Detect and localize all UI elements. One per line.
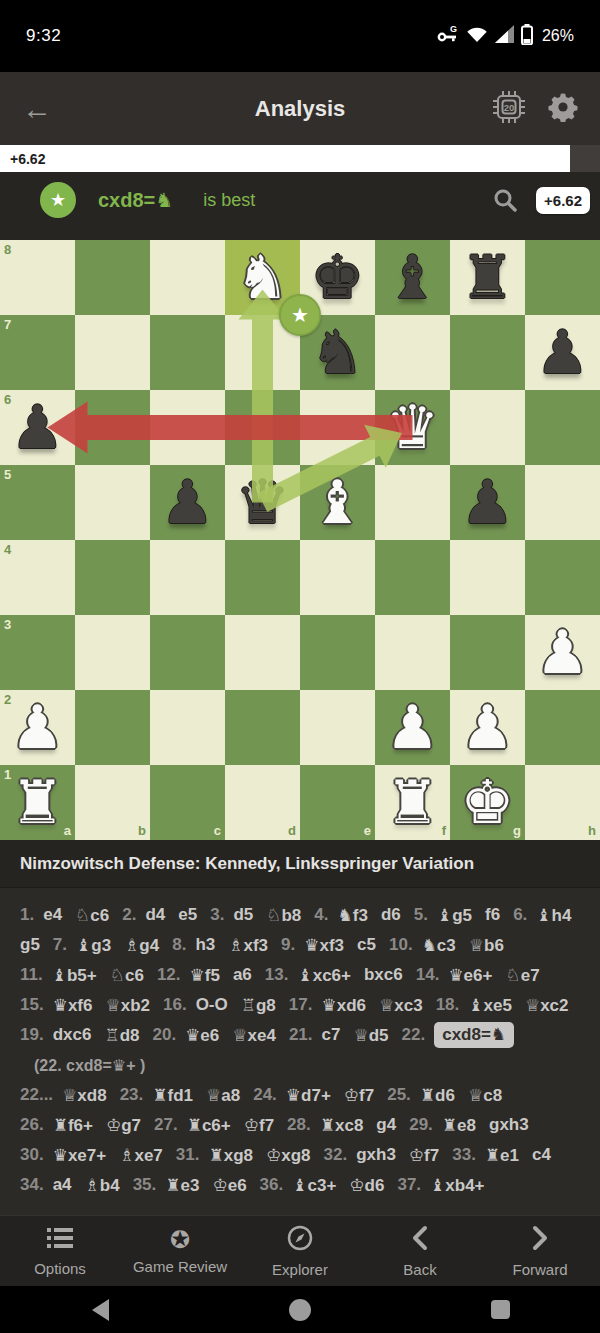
evaluation-bar-black	[570, 145, 600, 172]
game-review-button[interactable]: ✪ Game Review	[120, 1216, 240, 1286]
move[interactable]: e5	[178, 905, 197, 925]
rank-label: 8	[4, 243, 11, 256]
move-number: 7.	[53, 935, 67, 955]
move[interactable]: ♘c6	[110, 965, 144, 986]
move[interactable]: ♝xe5	[468, 995, 512, 1016]
square-b8[interactable]	[75, 240, 150, 315]
square-g3[interactable]	[450, 615, 525, 690]
move[interactable]: ♛d7+	[286, 1085, 331, 1106]
move-number: 36.	[260, 1175, 284, 1195]
move[interactable]: ♞c3	[422, 935, 456, 956]
wifi-icon	[466, 25, 488, 47]
square-g8[interactable]: ♜	[450, 240, 525, 315]
move[interactable]: O-O	[196, 995, 228, 1015]
square-c1[interactable]: c	[150, 765, 225, 840]
move[interactable]: c5	[357, 935, 376, 955]
opening-name: Nimzowitsch Defense: Kennedy, Linkssprin…	[20, 854, 474, 874]
move-number: 17.	[289, 995, 313, 1015]
move-number: 32.	[324, 1145, 348, 1165]
square-h3[interactable]: ♟	[525, 615, 600, 690]
game-review-star-icon: ✪	[170, 1228, 190, 1252]
chess-board: 8♞♚♝♜7♞♟6♟♛5♟♛♝♟43♟2♟♟♟1a♜bcdef♜g♚h★	[0, 240, 600, 840]
move[interactable]: bxc6	[364, 965, 403, 985]
move-number: 12.	[157, 965, 181, 985]
file-label: a	[64, 824, 71, 837]
move[interactable]: ♘c6	[75, 905, 109, 926]
back-arrow-button[interactable]: ←	[22, 94, 52, 124]
square-e1[interactable]: e	[300, 765, 375, 840]
piece-white-pawn: ♟	[450, 690, 525, 765]
move-forward-label: Forward	[512, 1261, 567, 1278]
battery-icon	[521, 24, 533, 49]
square-a1[interactable]: 1a♜	[0, 765, 75, 840]
move-number: 25.	[387, 1085, 411, 1105]
options-button[interactable]: Options	[0, 1216, 120, 1286]
move[interactable]: ♝g3	[76, 935, 111, 956]
move[interactable]: c4	[532, 1145, 551, 1165]
best-move-text[interactable]: cxd8=♞	[98, 188, 173, 212]
status-bar: 9:32 G	[0, 0, 600, 72]
square-b2[interactable]	[75, 690, 150, 765]
piece-black-knight: ♞	[300, 315, 375, 390]
square-b4[interactable]	[75, 540, 150, 615]
move[interactable]: ♜fd1	[152, 1085, 193, 1106]
move-list-line: 30.♛xe7+♗xe731.♜xg8♔xg832.gxh3♔f733.♜e1c…	[20, 1140, 600, 1170]
android-back-button[interactable]	[92, 1299, 109, 1321]
move-back-label: Back	[403, 1261, 436, 1278]
move-number: 20.	[152, 1025, 176, 1045]
move-number: 33.	[452, 1145, 476, 1165]
move-list-line: 26.♜f6+♔g727.♜c6+♔f728.♜xc8g429.♜e8gxh3	[20, 1110, 600, 1140]
move[interactable]: ♕xd8	[62, 1085, 107, 1106]
move[interactable]: ♔e6	[212, 1175, 246, 1196]
move-number: 29.	[409, 1115, 433, 1135]
square-f5[interactable]	[375, 465, 450, 540]
square-e8[interactable]: ♚	[300, 240, 375, 315]
piece-white-knight: ♞	[225, 240, 300, 315]
square-b3[interactable]	[75, 615, 150, 690]
move[interactable]: d5	[233, 905, 253, 925]
square-e2[interactable]	[300, 690, 375, 765]
piece-white-rook: ♜	[375, 765, 450, 840]
move[interactable]: ♔d6	[349, 1175, 384, 1196]
move[interactable]: d6	[381, 905, 401, 925]
bottom-nav: Options ✪ Game Review Explorer Back	[0, 1215, 600, 1286]
square-g1[interactable]: g♚	[450, 765, 525, 840]
move[interactable]: ♝xc6+	[297, 965, 351, 986]
square-a5[interactable]: 5	[0, 465, 75, 540]
piece-white-pawn: ♟	[375, 690, 450, 765]
app-header: ← Analysis 20	[0, 72, 600, 145]
move-number: 27.	[154, 1115, 178, 1135]
move-number: 4.	[314, 905, 328, 925]
move[interactable]: gxh3	[356, 1145, 396, 1165]
move[interactable]: ♗b4	[85, 1175, 120, 1196]
rank-label: 4	[4, 543, 11, 556]
move[interactable]: ♔g7	[106, 1115, 141, 1136]
move[interactable]: ♜e8	[442, 1115, 476, 1136]
square-f8[interactable]: ♝	[375, 240, 450, 315]
explorer-button[interactable]: Explorer	[240, 1216, 360, 1286]
move[interactable]: ♜xc8	[320, 1115, 364, 1136]
chevron-left-icon	[411, 1225, 429, 1255]
move-list-line: 15.♛xf6♕xb216.O-O♖g817.♛xd6♕xc318.♝xe5♕x…	[20, 990, 600, 1020]
move[interactable]: ♛e6	[185, 1025, 219, 1046]
move[interactable]: ♛xf6	[53, 995, 93, 1016]
android-nav-bar	[0, 1286, 600, 1333]
move-list-line: 11.♝b5+♘c612.♛f5a613.♝xc6+bxc614.♛e6+♘e7	[20, 960, 600, 990]
piece-black-pawn: ♟	[450, 465, 525, 540]
move[interactable]: a4	[53, 1175, 72, 1195]
file-label: b	[138, 824, 146, 837]
piece-white-pawn: ♟	[525, 615, 600, 690]
rank-label: 6	[4, 393, 11, 406]
move[interactable]: ♘e7	[505, 965, 539, 986]
move-list: 1.e4♘c62.d4e53.d5♘b84.♞f3d65.♝g5f66.♝h4g…	[0, 888, 600, 1215]
move[interactable]: ♕xc2	[525, 995, 569, 1016]
move-number: 13.	[265, 965, 289, 985]
move-number: 15.	[20, 995, 44, 1015]
square-a8[interactable]: 8	[0, 240, 75, 315]
square-b1[interactable]: b	[75, 765, 150, 840]
square-a7[interactable]: 7	[0, 315, 75, 390]
move-number: 16.	[163, 995, 187, 1015]
move-number: 3.	[210, 905, 224, 925]
square-c5[interactable]: ♟	[150, 465, 225, 540]
move[interactable]: ♛xd6	[321, 995, 366, 1016]
move[interactable]: ♛e6+	[448, 965, 492, 986]
move[interactable]: ♖g8	[241, 995, 276, 1016]
move[interactable]: ♘b8	[266, 905, 301, 926]
move[interactable]: ♗g4	[124, 935, 159, 956]
move[interactable]: dxc6	[53, 1025, 92, 1045]
move-forward-button[interactable]: Forward	[480, 1216, 600, 1286]
square-h6[interactable]	[525, 390, 600, 465]
square-e6[interactable]	[300, 390, 375, 465]
file-label: h	[588, 824, 596, 837]
move[interactable]: ♝b5+	[52, 965, 97, 986]
options-label: Options	[34, 1260, 86, 1277]
move-list-line: g57.♝g3♗g48.h3♗xf39.♛xf3c510.♞c3♕b6	[20, 930, 600, 960]
move[interactable]: ♔xg8	[266, 1145, 311, 1166]
chevron-right-icon	[531, 1225, 549, 1255]
square-g5[interactable]: ♟	[450, 465, 525, 540]
move[interactable]: gxh3	[489, 1115, 529, 1135]
move-number: 8.	[172, 935, 186, 955]
square-g2[interactable]: ♟	[450, 690, 525, 765]
square-h8[interactable]	[525, 240, 600, 315]
square-d1[interactable]: d	[225, 765, 300, 840]
move[interactable]: ♛xf3	[304, 935, 344, 956]
piece-black-bishop: ♝	[375, 240, 450, 315]
move[interactable]: ♔f7	[344, 1085, 374, 1106]
square-c2[interactable]	[150, 690, 225, 765]
move-number: 37.	[397, 1175, 421, 1195]
clock-time: 9:32	[26, 26, 61, 46]
square-d4[interactable]	[225, 540, 300, 615]
best-move-bar: ★ cxd8=♞ is best +6.62	[0, 172, 600, 240]
move[interactable]: ♛f5	[190, 965, 220, 986]
square-g6[interactable]	[450, 390, 525, 465]
android-recents-button[interactable]	[491, 1300, 510, 1319]
square-e7[interactable]: ♞	[300, 315, 375, 390]
move[interactable]: g4	[376, 1115, 396, 1135]
move[interactable]: c7	[322, 1025, 341, 1045]
square-f1[interactable]: f♜	[375, 765, 450, 840]
square-c7[interactable]	[150, 315, 225, 390]
move-number: 30.	[20, 1145, 44, 1165]
move-number: 23.	[120, 1085, 144, 1105]
square-d5[interactable]: ♛	[225, 465, 300, 540]
android-home-button[interactable]	[289, 1299, 311, 1321]
square-g7[interactable]	[450, 315, 525, 390]
piece-black-pawn: ♟	[0, 390, 75, 465]
square-c6[interactable]	[150, 390, 225, 465]
rank-label: 1	[4, 768, 11, 781]
move[interactable]: ♖d8	[104, 1025, 139, 1046]
move[interactable]: ♕xc3	[379, 995, 423, 1016]
square-e4[interactable]	[300, 540, 375, 615]
best-move-star-icon: ★	[40, 182, 76, 218]
square-e5[interactable]: ♝	[300, 465, 375, 540]
move-list-line: (22. cxd8=♛+ )	[20, 1050, 600, 1080]
move-number: 26.	[20, 1115, 44, 1135]
move[interactable]: ♜c6+	[187, 1115, 231, 1136]
square-d2[interactable]	[225, 690, 300, 765]
move[interactable]: ♔f7	[244, 1115, 274, 1136]
piece-black-king: ♚	[300, 240, 375, 315]
piece-black-rook: ♜	[450, 240, 525, 315]
options-list-icon	[47, 1226, 73, 1254]
evaluation-bar: +6.62	[0, 145, 600, 172]
move-number: 6.	[513, 905, 527, 925]
square-h2[interactable]	[525, 690, 600, 765]
move-list-line: 19.dxc6♖d820.♛e6♕xe421.c7♕d522.cxd8=♞	[20, 1020, 600, 1050]
move[interactable]: a6	[233, 965, 252, 985]
square-h4[interactable]	[525, 540, 600, 615]
game-review-label: Game Review	[133, 1258, 227, 1275]
square-d8[interactable]: ♞	[225, 240, 300, 315]
file-label: d	[288, 824, 296, 837]
piece-black-queen: ♛	[225, 465, 300, 540]
explorer-compass-icon	[287, 1225, 313, 1255]
piece-white-queen: ♛	[375, 390, 450, 465]
move[interactable]: ♝h4	[536, 905, 571, 926]
move[interactable]: ♕d5	[353, 1025, 388, 1046]
move[interactable]: ♕xe4	[232, 1025, 276, 1046]
engine-chip-button[interactable]: 20	[492, 90, 526, 128]
file-label: c	[214, 824, 221, 837]
square-g4[interactable]	[450, 540, 525, 615]
square-d6[interactable]	[225, 390, 300, 465]
battery-percent: 26%	[542, 27, 574, 45]
move-number: 19.	[20, 1025, 44, 1045]
analysis-screen: 9:32 G	[0, 0, 600, 1333]
square-b6[interactable]	[75, 390, 150, 465]
square-c4[interactable]	[150, 540, 225, 615]
current-move[interactable]: cxd8=♞	[434, 1022, 514, 1048]
rank-label: 2	[4, 693, 11, 706]
vpn-key-icon: G	[437, 24, 459, 48]
square-c8[interactable]	[150, 240, 225, 315]
square-a4[interactable]: 4	[0, 540, 75, 615]
move[interactable]: ♜xg8	[208, 1145, 253, 1166]
square-a2[interactable]: 2♟	[0, 690, 75, 765]
move-number: 14.	[416, 965, 440, 985]
square-b7[interactable]	[75, 315, 150, 390]
square-e3[interactable]	[300, 615, 375, 690]
move[interactable]: ♔f7	[409, 1145, 439, 1166]
file-label: g	[513, 824, 521, 837]
move-list-line: 22...♕xd823.♜fd1♕a824.♛d7+♔f725.♜d6♕c8	[20, 1080, 600, 1110]
move-number: 9.	[281, 935, 295, 955]
square-a3[interactable]: 3	[0, 615, 75, 690]
explorer-label: Explorer	[272, 1261, 328, 1278]
move[interactable]: ♞f3	[338, 905, 368, 926]
square-h7[interactable]: ♟	[525, 315, 600, 390]
square-h5[interactable]	[525, 465, 600, 540]
evaluation-pill: +6.62	[536, 187, 590, 214]
move-number: 1.	[20, 905, 34, 925]
move[interactable]: ♜d6	[420, 1085, 455, 1106]
square-b5[interactable]	[75, 465, 150, 540]
move-list-line: 1.e4♘c62.d4e53.d5♘b84.♞f3d65.♝g5f66.♝h4	[20, 900, 600, 930]
square-h1[interactable]: h	[525, 765, 600, 840]
move[interactable]: ♝xb4+	[430, 1175, 484, 1196]
move-number: 18.	[436, 995, 460, 1015]
engine-depth-label: 20	[504, 102, 515, 113]
move[interactable]: d4	[145, 905, 165, 925]
move-number: 2.	[122, 905, 136, 925]
move[interactable]: ♝g5	[437, 905, 472, 926]
move-number: 34.	[20, 1175, 44, 1195]
piece-black-pawn: ♟	[150, 465, 225, 540]
move-number: 11.	[20, 965, 43, 985]
square-d7[interactable]	[225, 315, 300, 390]
move[interactable]: f6	[485, 905, 500, 925]
move[interactable]: ♝c3+	[292, 1175, 336, 1196]
cell-signal-icon	[495, 25, 514, 47]
piece-black-pawn: ♟	[525, 315, 600, 390]
file-label: f	[442, 824, 446, 837]
move[interactable]: h3	[195, 935, 215, 955]
move[interactable]: ♕a8	[206, 1085, 240, 1106]
status-icons: G	[437, 24, 574, 49]
square-c3[interactable]	[150, 615, 225, 690]
move-number: 28.	[287, 1115, 311, 1135]
move-list-line: 34.a4♗b435.♜e3♔e636.♝c3+♔d637.♝xb4+	[20, 1170, 600, 1200]
piece-white-pawn: ♟	[0, 690, 75, 765]
evaluation-bar-white: +6.62	[0, 145, 570, 172]
rank-label: 3	[4, 618, 11, 631]
rank-label: 7	[4, 318, 11, 331]
evaluation-value: +6.62	[10, 151, 45, 167]
move-number: 35.	[133, 1175, 157, 1195]
square-f3[interactable]	[375, 615, 450, 690]
move-number: 22.	[402, 1025, 426, 1045]
settings-gear-button[interactable]	[548, 92, 578, 126]
svg-text:G: G	[450, 24, 457, 34]
move-number: 31.	[176, 1145, 200, 1165]
move-back-button[interactable]: Back	[360, 1216, 480, 1286]
square-a6[interactable]: 6♟	[0, 390, 75, 465]
move[interactable]: ♜e3	[165, 1175, 199, 1196]
file-label: e	[364, 824, 371, 837]
square-f7[interactable]	[375, 315, 450, 390]
move-number: 22...	[20, 1085, 53, 1105]
opening-bar: Nimzowitsch Defense: Kennedy, Linkssprin…	[0, 840, 600, 888]
move-number: 5.	[414, 905, 428, 925]
square-f2[interactable]: ♟	[375, 690, 450, 765]
move-number: 21.	[289, 1025, 313, 1045]
best-move-suffix: is best	[203, 190, 255, 211]
square-d3[interactable]	[225, 615, 300, 690]
move[interactable]: ♗xf3	[228, 935, 268, 956]
piece-white-king: ♚	[450, 765, 525, 840]
move[interactable]: ♜e1	[485, 1145, 519, 1166]
move[interactable]: g5	[20, 935, 40, 955]
move[interactable]: ♜f6+	[53, 1115, 93, 1136]
variation-move[interactable]: (22. cxd8=♛+ )	[34, 1056, 145, 1075]
square-f4[interactable]	[375, 540, 450, 615]
move[interactable]: ♗xe7	[119, 1145, 163, 1166]
search-icon[interactable]	[490, 185, 520, 215]
move[interactable]: ♛xe7+	[53, 1145, 107, 1166]
piece-white-bishop: ♝	[300, 465, 375, 540]
move-number: 24.	[253, 1085, 277, 1105]
piece-white-rook: ♜	[0, 765, 75, 840]
move[interactable]: e4	[43, 905, 62, 925]
move[interactable]: ♕xb2	[105, 995, 150, 1016]
rank-label: 5	[4, 468, 11, 481]
square-f6[interactable]: ♛	[375, 390, 450, 465]
move[interactable]: ♕c8	[468, 1085, 502, 1106]
move-number: 10.	[389, 935, 413, 955]
move[interactable]: ♕b6	[469, 935, 504, 956]
